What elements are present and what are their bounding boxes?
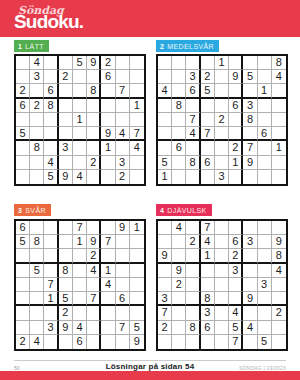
sudoku-cell: 2 bbox=[59, 306, 73, 320]
sudoku-cell: 3 bbox=[59, 141, 73, 155]
sudoku-cell bbox=[87, 70, 101, 84]
sudoku-cell bbox=[272, 321, 286, 335]
sudoku-cell bbox=[16, 113, 30, 127]
sudoku-cell bbox=[158, 264, 172, 278]
sudoku-cell: 4 bbox=[186, 127, 200, 141]
sudoku-cell bbox=[101, 156, 115, 170]
sudoku-cell: 8 bbox=[272, 249, 286, 263]
sudoku-cell bbox=[158, 335, 172, 349]
sudoku-cell: 3 bbox=[243, 235, 257, 249]
sudoku-cell bbox=[243, 278, 257, 292]
badge-number: 3 bbox=[18, 207, 22, 214]
sudoku-grid-1: 4592326268762811594783144235942 bbox=[14, 54, 146, 186]
sudoku-cell bbox=[229, 278, 243, 292]
sudoku-cell bbox=[73, 278, 87, 292]
sudoku-cell: 1 bbox=[215, 56, 229, 70]
sudoku-cell bbox=[59, 335, 73, 349]
sudoku-cell bbox=[87, 170, 101, 184]
sudoku-cell bbox=[130, 235, 144, 249]
sudoku-cell bbox=[215, 306, 229, 320]
badge-number: 4 bbox=[160, 207, 164, 214]
sudoku-cell bbox=[30, 127, 44, 141]
sudoku-cell bbox=[229, 113, 243, 127]
sudoku-cell bbox=[59, 84, 73, 98]
sudoku-cell: 8 bbox=[30, 141, 44, 155]
sudoku-cell bbox=[30, 321, 44, 335]
sudoku-cell bbox=[215, 235, 229, 249]
sudoku-cell: 3 bbox=[44, 321, 58, 335]
sudoku-cell bbox=[215, 127, 229, 141]
sudoku-cell: 2 bbox=[16, 84, 30, 98]
sudoku-cell bbox=[30, 113, 44, 127]
sudoku-cell bbox=[16, 278, 30, 292]
sudoku-cell bbox=[44, 70, 58, 84]
sudoku-cell bbox=[215, 292, 229, 306]
sudoku-cell bbox=[215, 321, 229, 335]
sudoku-cell bbox=[158, 99, 172, 113]
sudoku-cell: 6 bbox=[186, 84, 200, 98]
sudoku-cell bbox=[101, 99, 115, 113]
sudoku-cell bbox=[172, 306, 186, 320]
sudoku-cell: 3 bbox=[30, 70, 44, 84]
sudoku-cell bbox=[229, 84, 243, 98]
sudoku-cell: 1 bbox=[201, 249, 215, 263]
sudoku-cell bbox=[16, 56, 30, 70]
sudoku-grid-2: 1832954465186372847662715861913 bbox=[156, 54, 288, 186]
sudoku-cell bbox=[101, 113, 115, 127]
sudoku-cell bbox=[186, 221, 200, 235]
sudoku-cell: 8 bbox=[172, 99, 186, 113]
sudoku-cell bbox=[130, 156, 144, 170]
sudoku-cell bbox=[243, 127, 257, 141]
sudoku-cell bbox=[16, 292, 30, 306]
sudoku-cell bbox=[59, 156, 73, 170]
sudoku-cell bbox=[243, 335, 257, 349]
sudoku-cell: 9 bbox=[172, 264, 186, 278]
sudoku-cell bbox=[87, 127, 101, 141]
sudoku-cell: 6 bbox=[16, 99, 30, 113]
sudoku-cell: 7 bbox=[201, 127, 215, 141]
sudoku-cell bbox=[258, 264, 272, 278]
sudoku-cell bbox=[130, 249, 144, 263]
sudoku-cell: 2 bbox=[201, 70, 215, 84]
sudoku-cell: 3 bbox=[258, 278, 272, 292]
footer-bar bbox=[0, 371, 300, 380]
sudoku-cell bbox=[201, 113, 215, 127]
sudoku-cell bbox=[101, 84, 115, 98]
sudoku-cell bbox=[73, 249, 87, 263]
sudoku-cell bbox=[87, 113, 101, 127]
sudoku-cell bbox=[215, 156, 229, 170]
sudoku-cell: 1 bbox=[258, 84, 272, 98]
sudoku-cell: 4 bbox=[73, 321, 87, 335]
sudoku-cell: 4 bbox=[101, 278, 115, 292]
sudoku-cell: 6 bbox=[101, 70, 115, 84]
badge-number: 2 bbox=[160, 43, 164, 50]
sudoku-cell: 8 bbox=[243, 113, 257, 127]
sudoku-cell: 9 bbox=[243, 156, 257, 170]
sudoku-cell: 9 bbox=[272, 235, 286, 249]
sudoku-cell bbox=[59, 249, 73, 263]
sudoku-cell bbox=[272, 335, 286, 349]
badge-label: SVÅR bbox=[25, 207, 46, 214]
sudoku-cell: 5 bbox=[201, 84, 215, 98]
sudoku-cell bbox=[73, 84, 87, 98]
sudoku-cell bbox=[158, 141, 172, 155]
sudoku-cell bbox=[87, 321, 101, 335]
sudoku-cell bbox=[258, 235, 272, 249]
sudoku-cell bbox=[44, 141, 58, 155]
sudoku-cell bbox=[101, 306, 115, 320]
sudoku-cell bbox=[258, 99, 272, 113]
sudoku-cell bbox=[130, 56, 144, 70]
sudoku-cell bbox=[201, 99, 215, 113]
sudoku-cell: 6 bbox=[229, 99, 243, 113]
badge-label: LÄTT bbox=[25, 43, 44, 50]
sudoku-cell bbox=[87, 306, 101, 320]
sudoku-cell: 6 bbox=[258, 127, 272, 141]
sudoku-cell: 2 bbox=[16, 335, 30, 349]
sudoku-cell bbox=[215, 141, 229, 155]
sudoku-cell bbox=[172, 56, 186, 70]
sudoku-cell bbox=[44, 221, 58, 235]
sudoku-cell: 8 bbox=[59, 264, 73, 278]
sudoku-cell bbox=[73, 306, 87, 320]
sudoku-cell: 2 bbox=[215, 113, 229, 127]
sudoku-cell: 4 bbox=[116, 127, 130, 141]
sudoku-cell bbox=[101, 321, 115, 335]
sudoku-cell: 1 bbox=[130, 99, 144, 113]
sudoku-cell bbox=[172, 292, 186, 306]
sudoku-cell: 2 bbox=[172, 278, 186, 292]
sudoku-cell: 3 bbox=[243, 99, 257, 113]
sudoku-cell bbox=[44, 264, 58, 278]
sudoku-cell bbox=[186, 141, 200, 155]
sudoku-cell bbox=[87, 335, 101, 349]
sudoku-cell bbox=[172, 70, 186, 84]
sudoku-cell: 7 bbox=[116, 321, 130, 335]
sudoku-cell bbox=[44, 235, 58, 249]
sudoku-cell: 8 bbox=[30, 235, 44, 249]
sudoku-cell: 8 bbox=[44, 99, 58, 113]
sudoku-cell: 2 bbox=[158, 321, 172, 335]
sudoku-cell: 1 bbox=[158, 170, 172, 184]
sudoku-cell: 4 bbox=[30, 56, 44, 70]
sudoku-cell bbox=[101, 335, 115, 349]
sudoku-cell: 9 bbox=[229, 70, 243, 84]
sudoku-cell bbox=[158, 235, 172, 249]
sudoku-cell bbox=[87, 99, 101, 113]
sudoku-cell: 4 bbox=[73, 170, 87, 184]
sudoku-cell bbox=[158, 56, 172, 70]
sudoku-cell: 4 bbox=[229, 306, 243, 320]
sudoku-cell: 3 bbox=[158, 292, 172, 306]
sudoku-cell bbox=[258, 70, 272, 84]
sudoku-cell bbox=[186, 292, 200, 306]
sudoku-cell: 3 bbox=[229, 264, 243, 278]
sudoku-cell bbox=[116, 264, 130, 278]
sudoku-cell: 3 bbox=[201, 306, 215, 320]
sudoku-cell bbox=[172, 170, 186, 184]
sudoku-cell bbox=[101, 249, 115, 263]
sudoku-cell bbox=[116, 306, 130, 320]
sudoku-cell bbox=[215, 221, 229, 235]
sudoku-cell bbox=[116, 141, 130, 155]
sudoku-cell: 7 bbox=[201, 221, 215, 235]
sudoku-cell: 5 bbox=[229, 321, 243, 335]
sudoku-cell bbox=[258, 221, 272, 235]
sudoku-cell bbox=[116, 278, 130, 292]
sudoku-cell: 9 bbox=[243, 292, 257, 306]
sudoku-cell: 9 bbox=[59, 170, 73, 184]
sudoku-cell: 4 bbox=[44, 156, 58, 170]
sudoku-cell bbox=[44, 249, 58, 263]
sudoku-cell: 5 bbox=[16, 127, 30, 141]
sudoku-cell: 4 bbox=[272, 264, 286, 278]
sudoku-cell: 9 bbox=[158, 249, 172, 263]
sudoku-cell bbox=[158, 221, 172, 235]
sudoku-cell: 5 bbox=[73, 56, 87, 70]
sudoku-cell bbox=[229, 56, 243, 70]
sudoku-cell bbox=[116, 335, 130, 349]
sudoku-cell bbox=[130, 84, 144, 98]
sudoku-cell bbox=[16, 70, 30, 84]
sudoku-cell bbox=[272, 170, 286, 184]
sudoku-cell bbox=[201, 264, 215, 278]
sudoku-cell bbox=[172, 156, 186, 170]
sudoku-cell bbox=[158, 127, 172, 141]
sudoku-cell bbox=[87, 221, 101, 235]
sudoku-cell bbox=[258, 249, 272, 263]
sudoku-cell bbox=[59, 278, 73, 292]
sudoku-cell bbox=[215, 264, 229, 278]
sudoku-cell bbox=[73, 99, 87, 113]
sudoku-cell bbox=[229, 221, 243, 235]
sudoku-cell: 3 bbox=[215, 170, 229, 184]
sudoku-cell bbox=[44, 335, 58, 349]
sudoku-cell: 6 bbox=[16, 221, 30, 235]
sudoku-cell: 9 bbox=[87, 56, 101, 70]
sudoku-cell bbox=[229, 292, 243, 306]
sudoku-cell: 4 bbox=[30, 335, 44, 349]
sudoku-cell bbox=[272, 127, 286, 141]
sudoku-cell: 9 bbox=[101, 127, 115, 141]
sudoku-cell bbox=[158, 113, 172, 127]
sudoku-cell bbox=[229, 127, 243, 141]
sudoku-cell bbox=[30, 221, 44, 235]
sudoku-cell bbox=[243, 221, 257, 235]
sudoku-cell: 9 bbox=[130, 335, 144, 349]
sudoku-cell bbox=[16, 141, 30, 155]
sudoku-cell: 9 bbox=[87, 235, 101, 249]
sudoku-cell bbox=[172, 113, 186, 127]
sudoku-cell bbox=[116, 56, 130, 70]
sudoku-cell bbox=[272, 84, 286, 98]
sudoku-cell bbox=[215, 99, 229, 113]
sudoku-cell bbox=[16, 321, 30, 335]
sudoku-cell: 2 bbox=[30, 99, 44, 113]
sudoku-cell bbox=[30, 292, 44, 306]
sudoku-cell bbox=[44, 306, 58, 320]
sudoku-cell bbox=[30, 84, 44, 98]
sudoku-cell: 4 bbox=[87, 264, 101, 278]
sudoku-cell bbox=[116, 235, 130, 249]
sudoku-cell bbox=[243, 170, 257, 184]
sudoku-cell: 6 bbox=[116, 292, 130, 306]
sudoku-cell bbox=[186, 99, 200, 113]
sudoku-cell: 6 bbox=[73, 335, 87, 349]
sudoku-cell bbox=[186, 56, 200, 70]
sudoku-cell: 6 bbox=[44, 84, 58, 98]
sudoku-cell bbox=[130, 292, 144, 306]
sudoku-cell: 7 bbox=[229, 335, 243, 349]
sudoku-cell bbox=[59, 113, 73, 127]
sudoku-cell bbox=[272, 99, 286, 113]
sudoku-cell bbox=[229, 170, 243, 184]
sudoku-cell bbox=[172, 321, 186, 335]
sudoku-cell: 5 bbox=[130, 321, 144, 335]
sudoku-cell bbox=[30, 278, 44, 292]
sudoku-cell bbox=[215, 335, 229, 349]
sudoku-cell bbox=[59, 235, 73, 249]
badge-label: MEDELSVÅR bbox=[167, 43, 214, 50]
sudoku-cell: 5 bbox=[158, 156, 172, 170]
sudoku-cell bbox=[130, 306, 144, 320]
sudoku-cell bbox=[201, 278, 215, 292]
sudoku-cell bbox=[272, 278, 286, 292]
sudoku-cell: 5 bbox=[44, 170, 58, 184]
sudoku-cell: 7 bbox=[87, 292, 101, 306]
sudoku-cell: 2 bbox=[59, 70, 73, 84]
sudoku-cell bbox=[243, 84, 257, 98]
sudoku-cell: 8 bbox=[186, 156, 200, 170]
sudoku-cell bbox=[158, 70, 172, 84]
sudoku-cell bbox=[272, 221, 286, 235]
sudoku-cell bbox=[272, 292, 286, 306]
sudoku-cell bbox=[258, 321, 272, 335]
sudoku-cell bbox=[16, 170, 30, 184]
sudoku-cell bbox=[116, 249, 130, 263]
sudoku-cell: 5 bbox=[16, 235, 30, 249]
sudoku-cell bbox=[243, 264, 257, 278]
sudoku-grid-4: 472463991289342338973422865475 bbox=[156, 219, 288, 351]
sudoku-cell: 9 bbox=[59, 321, 73, 335]
sudoku-cell: 2 bbox=[87, 156, 101, 170]
sudoku-cell bbox=[116, 99, 130, 113]
sudoku-cell bbox=[101, 221, 115, 235]
sudoku-cell bbox=[44, 56, 58, 70]
sudoku-cell bbox=[243, 56, 257, 70]
sudoku-cell: 2 bbox=[101, 56, 115, 70]
sudoku-cell: 8 bbox=[87, 84, 101, 98]
sudoku-cell bbox=[30, 170, 44, 184]
sudoku-cell: 1 bbox=[101, 264, 115, 278]
sudoku-cell bbox=[130, 70, 144, 84]
sudoku-cell bbox=[73, 141, 87, 155]
sudoku-cell: 7 bbox=[243, 141, 257, 155]
sudoku-cell: 2 bbox=[186, 235, 200, 249]
sudoku-cell bbox=[201, 335, 215, 349]
sudoku-cell: 1 bbox=[272, 141, 286, 155]
sudoku-cell bbox=[130, 170, 144, 184]
sudoku-cell bbox=[258, 113, 272, 127]
sudoku-cell bbox=[215, 84, 229, 98]
sudoku-cell: 8 bbox=[201, 292, 215, 306]
sudoku-cell: 7 bbox=[73, 221, 87, 235]
sudoku-cell: 3 bbox=[116, 156, 130, 170]
sudoku-cell bbox=[172, 127, 186, 141]
sudoku-cell bbox=[73, 127, 87, 141]
sudoku-cell bbox=[215, 249, 229, 263]
difficulty-badge-3-svar: 3SVÅR bbox=[14, 204, 51, 216]
sudoku-cell bbox=[258, 170, 272, 184]
sudoku-cell bbox=[130, 113, 144, 127]
sudoku-cell bbox=[186, 335, 200, 349]
sudoku-cell: 2 bbox=[229, 141, 243, 155]
sudoku-cell bbox=[59, 99, 73, 113]
sudoku-cell: 2 bbox=[116, 170, 130, 184]
sudoku-cell: 3 bbox=[186, 70, 200, 84]
sudoku-cell: 7 bbox=[101, 235, 115, 249]
sudoku-cell bbox=[73, 70, 87, 84]
sudoku-cell: 2 bbox=[272, 306, 286, 320]
sudoku-cell bbox=[44, 113, 58, 127]
sudoku-cell bbox=[16, 306, 30, 320]
sudoku-cell: 1 bbox=[101, 141, 115, 155]
sudoku-cell: 7 bbox=[116, 84, 130, 98]
sudoku-cell: 2 bbox=[229, 249, 243, 263]
sudoku-cell bbox=[130, 278, 144, 292]
sudoku-cell bbox=[59, 56, 73, 70]
sudoku-cell: 4 bbox=[130, 141, 144, 155]
sudoku-cell bbox=[172, 335, 186, 349]
sudoku-cell bbox=[215, 70, 229, 84]
sudoku-cell: 4 bbox=[272, 70, 286, 84]
sudoku-cell bbox=[73, 292, 87, 306]
sudoku-cell bbox=[258, 56, 272, 70]
badge-number: 1 bbox=[18, 43, 22, 50]
sudoku-cell bbox=[201, 170, 215, 184]
sudoku-cell: 5 bbox=[30, 264, 44, 278]
sudoku-cell bbox=[186, 306, 200, 320]
sudoku-cell bbox=[87, 278, 101, 292]
badge-label: DJÄVULSK bbox=[167, 207, 206, 214]
sudoku-cell bbox=[16, 249, 30, 263]
sudoku-cell: 4 bbox=[172, 221, 186, 235]
masthead-banner: Söndag Sudoku. bbox=[0, 0, 300, 37]
sudoku-cell bbox=[272, 156, 286, 170]
sudoku-cell: 4 bbox=[201, 235, 215, 249]
sudoku-cell bbox=[87, 141, 101, 155]
sudoku-cell: 6 bbox=[229, 235, 243, 249]
sudoku-cell bbox=[16, 264, 30, 278]
sudoku-cell bbox=[116, 70, 130, 84]
logo-brand-wordmark: Sudoku. bbox=[14, 11, 83, 33]
sudoku-cell bbox=[172, 249, 186, 263]
sudoku-cell bbox=[30, 249, 44, 263]
sudoku-cell bbox=[243, 249, 257, 263]
sudoku-cell bbox=[16, 156, 30, 170]
sudoku-cell bbox=[272, 113, 286, 127]
sudoku-cell: 5 bbox=[243, 70, 257, 84]
sudoku-cell bbox=[186, 278, 200, 292]
sudoku-cell: 8 bbox=[272, 56, 286, 70]
sudoku-cell: 5 bbox=[59, 292, 73, 306]
sudoku-cell: 9 bbox=[116, 221, 130, 235]
sudoku-grid-3: 679158197258417415762394752469 bbox=[14, 219, 146, 351]
sudoku-cell bbox=[73, 264, 87, 278]
sudoku-cell: 7 bbox=[158, 306, 172, 320]
